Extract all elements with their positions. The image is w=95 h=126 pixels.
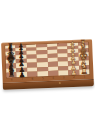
coordinate-label: 7 (21, 78, 23, 81)
piece-black-pawn: ♟ (18, 71, 25, 79)
board-grid: ♜♟♟♜♞♟♟♞♝♟♟♝♛♟♟♛♚♟♟♚♝♟♟♝♞♟♟♞♜♟♟♜ (5, 42, 89, 78)
square-h3 (58, 70, 69, 76)
square-h2: ♟ (69, 70, 80, 76)
board-frame: ♜♟♟♜♞♟♟♞♝♟♟♝♛♟♟♛♚♟♟♚♝♟♟♝♞♟♟♞♜♟♟♜ 8765432… (1, 39, 94, 83)
square-h4 (48, 71, 59, 77)
chess-set: ♜♟♟♜♞♟♟♞♝♟♟♝♛♟♟♛♚♟♟♚♝♟♟♝♞♟♟♞♜♟♟♜ 8765432… (1, 39, 94, 90)
coordinate-label: 2 (73, 76, 75, 79)
coordinate-label: 8 (11, 79, 13, 82)
square-h5 (37, 71, 48, 77)
coordinate-label: 4 (52, 77, 54, 80)
coordinate-label: 1 (83, 76, 85, 79)
coordinate-label: 5 (42, 77, 44, 80)
brass-latch (59, 82, 61, 84)
square-h7: ♟ (17, 72, 28, 78)
coordinate-label: 3 (63, 77, 65, 80)
square-h1: ♜ (79, 70, 90, 76)
square-h6 (27, 72, 38, 78)
square-h8: ♜ (6, 73, 17, 79)
piece-white-pawn: ♟ (70, 68, 77, 76)
chess-set-photo: ♜♟♟♜♞♟♟♞♝♟♟♝♛♟♟♛♚♟♟♚♝♟♟♝♞♟♟♞♜♟♟♜ 8765432… (0, 0, 95, 126)
coordinate-label: 6 (32, 78, 34, 81)
